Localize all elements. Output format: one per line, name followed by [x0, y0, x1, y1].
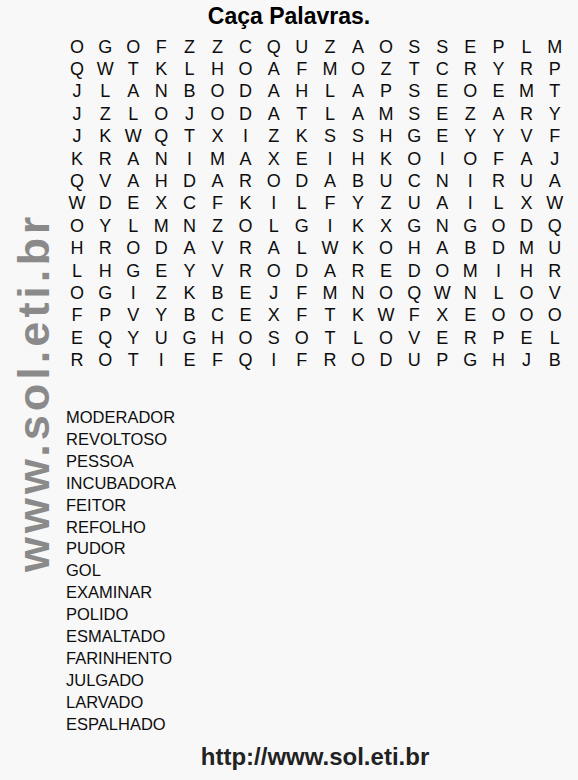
grid-cell-r8c13[interactable]: N: [428, 215, 456, 237]
grid-cell-r14c4[interactable]: E: [175, 349, 203, 371]
grid-cell-r2c12[interactable]: S: [400, 81, 428, 103]
grid-cell-r13c6[interactable]: O: [232, 327, 260, 349]
grid-cell-r12c9[interactable]: T: [316, 305, 344, 327]
grid-cell-r11c9[interactable]: M: [316, 282, 344, 304]
grid-cell-r2c0[interactable]: J: [63, 81, 91, 103]
grid-cell-r8c15[interactable]: O: [484, 215, 512, 237]
grid-cell-r8c12[interactable]: G: [400, 215, 428, 237]
grid-cell-r1c14[interactable]: R: [456, 58, 484, 80]
word-list-item: REVOLTOSO: [66, 429, 176, 451]
grid-cell-r10c14[interactable]: M: [456, 260, 484, 282]
grid-cell-r9c10[interactable]: K: [344, 238, 372, 260]
grid-cell-r4c1[interactable]: K: [91, 126, 119, 148]
grid-cell-r0c2[interactable]: O: [119, 36, 147, 58]
grid-cell-r7c6[interactable]: K: [232, 193, 260, 215]
grid-cell-r4c16[interactable]: V: [513, 126, 541, 148]
grid-cell-r7c15[interactable]: L: [484, 193, 512, 215]
grid-cell-r0c5[interactable]: Z: [203, 36, 231, 58]
word-list-item: LARVADO: [66, 692, 176, 714]
grid-cell-r12c15[interactable]: O: [484, 305, 512, 327]
grid-cell-r6c17[interactable]: A: [541, 170, 569, 192]
grid-cell-r12c13[interactable]: X: [428, 305, 456, 327]
grid-cell-r9c15[interactable]: D: [484, 238, 512, 260]
grid-cell-r9c7[interactable]: A: [260, 238, 288, 260]
grid-cell-r7c3[interactable]: X: [147, 193, 175, 215]
grid-cell-r0c14[interactable]: E: [456, 36, 484, 58]
grid-cell-r0c9[interactable]: Z: [316, 36, 344, 58]
grid-cell-r0c8[interactable]: U: [288, 36, 316, 58]
grid-cell-r3c11[interactable]: M: [372, 103, 400, 125]
grid-cell-r8c16[interactable]: D: [513, 215, 541, 237]
grid-cell-r12c4[interactable]: B: [175, 305, 203, 327]
grid-cell-r0c16[interactable]: L: [513, 36, 541, 58]
grid-cell-r11c7[interactable]: J: [260, 282, 288, 304]
grid-cell-r14c17[interactable]: B: [541, 349, 569, 371]
grid-cell-r1c0[interactable]: Q: [63, 58, 91, 80]
grid-cell-r10c0[interactable]: L: [63, 260, 91, 282]
grid-cell-r5c17[interactable]: J: [541, 148, 569, 170]
grid-cell-r13c15[interactable]: P: [484, 327, 512, 349]
grid-cell-r0c13[interactable]: S: [428, 36, 456, 58]
grid-cell-r5c6[interactable]: A: [232, 148, 260, 170]
word-list-item: ESMALTADO: [66, 626, 176, 648]
grid-cell-r14c5[interactable]: F: [203, 349, 231, 371]
grid-cell-r11c12[interactable]: Q: [400, 282, 428, 304]
grid-cell-r3c10[interactable]: A: [344, 103, 372, 125]
grid-cell-r2c17[interactable]: T: [541, 81, 569, 103]
grid-cell-r6c8[interactable]: D: [288, 170, 316, 192]
grid-cell-r2c9[interactable]: L: [316, 81, 344, 103]
grid-cell-r2c10[interactable]: A: [344, 81, 372, 103]
grid-cell-r8c9[interactable]: I: [316, 215, 344, 237]
word-list: MODERADORREVOLTOSOPESSOAINCUBADORAFEITOR…: [66, 407, 176, 736]
word-list-item: PUDOR: [66, 538, 176, 560]
grid-cell-r13c7[interactable]: S: [260, 327, 288, 349]
grid-cell-r14c3[interactable]: I: [147, 349, 175, 371]
grid-cell-r10c6[interactable]: R: [232, 260, 260, 282]
grid-cell-r6c9[interactable]: A: [316, 170, 344, 192]
grid-cell-r1c12[interactable]: T: [400, 58, 428, 80]
grid-cell-r2c14[interactable]: O: [456, 81, 484, 103]
grid-cell-r14c10[interactable]: O: [344, 349, 372, 371]
grid-cell-r5c4[interactable]: I: [175, 148, 203, 170]
grid-cell-r1c17[interactable]: P: [541, 58, 569, 80]
grid-cell-r9c13[interactable]: A: [428, 238, 456, 260]
grid-cell-r0c3[interactable]: F: [147, 36, 175, 58]
grid-cell-r11c11[interactable]: O: [372, 282, 400, 304]
grid-cell-r10c5[interactable]: V: [203, 260, 231, 282]
grid-cell-r14c13[interactable]: P: [428, 349, 456, 371]
grid-cell-r3c3[interactable]: O: [147, 103, 175, 125]
grid-cell-r9c5[interactable]: V: [203, 238, 231, 260]
grid-cell-r10c4[interactable]: Y: [175, 260, 203, 282]
grid-cell-r4c2[interactable]: W: [119, 126, 147, 148]
grid-cell-r2c1[interactable]: L: [91, 81, 119, 103]
grid-cell-r11c0[interactable]: O: [63, 282, 91, 304]
grid-cell-r12c2[interactable]: V: [119, 305, 147, 327]
grid-cell-r4c5[interactable]: X: [203, 126, 231, 148]
grid-cell-r7c9[interactable]: F: [316, 193, 344, 215]
grid-cell-r10c15[interactable]: I: [484, 260, 512, 282]
grid-cell-r1c5[interactable]: H: [203, 58, 231, 80]
grid-cell-r5c15[interactable]: F: [484, 148, 512, 170]
grid-cell-r2c5[interactable]: O: [203, 81, 231, 103]
grid-cell-r2c8[interactable]: H: [288, 81, 316, 103]
grid-cell-r5c13[interactable]: I: [428, 148, 456, 170]
grid-cell-r13c1[interactable]: Q: [91, 327, 119, 349]
grid-cell-r8c1[interactable]: Y: [91, 215, 119, 237]
grid-cell-r4c15[interactable]: Y: [484, 126, 512, 148]
grid-cell-r13c11[interactable]: O: [372, 327, 400, 349]
grid-cell-r3c15[interactable]: A: [484, 103, 512, 125]
grid-cell-r4c6[interactable]: I: [232, 126, 260, 148]
grid-cell-r13c8[interactable]: O: [288, 327, 316, 349]
grid-cell-r1c10[interactable]: O: [344, 58, 372, 80]
grid-cell-r12c11[interactable]: W: [372, 305, 400, 327]
grid-cell-r7c4[interactable]: C: [175, 193, 203, 215]
grid-cell-r12c12[interactable]: F: [400, 305, 428, 327]
grid-cell-r3c9[interactable]: L: [316, 103, 344, 125]
grid-cell-r6c13[interactable]: N: [428, 170, 456, 192]
word-list-item: ESPALHADO: [66, 714, 176, 736]
grid-cell-r14c7[interactable]: I: [260, 349, 288, 371]
grid-cell-r9c12[interactable]: H: [400, 238, 428, 260]
grid-cell-r9c2[interactable]: O: [119, 238, 147, 260]
grid-cell-r3c14[interactable]: Z: [456, 103, 484, 125]
grid-cell-r7c17[interactable]: W: [541, 193, 569, 215]
grid-cell-r9c3[interactable]: D: [147, 238, 175, 260]
grid-cell-r2c7[interactable]: A: [260, 81, 288, 103]
grid-cell-r7c16[interactable]: X: [513, 193, 541, 215]
grid-cell-r1c11[interactable]: Z: [372, 58, 400, 80]
word-list-item: POLIDO: [66, 604, 176, 626]
grid-cell-r3c1[interactable]: Z: [91, 103, 119, 125]
grid-cell-r7c14[interactable]: I: [456, 193, 484, 215]
grid-cell-r9c17[interactable]: U: [541, 238, 569, 260]
grid-cell-r9c14[interactable]: B: [456, 238, 484, 260]
grid-cell-r4c4[interactable]: T: [175, 126, 203, 148]
grid-cell-r13c0[interactable]: E: [63, 327, 91, 349]
grid-cell-r6c6[interactable]: R: [232, 170, 260, 192]
grid-cell-r5c12[interactable]: O: [400, 148, 428, 170]
grid-cell-r13c12[interactable]: V: [400, 327, 428, 349]
grid-cell-r0c4[interactable]: Z: [175, 36, 203, 58]
grid-cell-r9c0[interactable]: H: [63, 238, 91, 260]
grid-cell-r1c16[interactable]: R: [513, 58, 541, 80]
grid-cell-r3c12[interactable]: S: [400, 103, 428, 125]
grid-cell-r6c4[interactable]: D: [175, 170, 203, 192]
grid-cell-r7c5[interactable]: F: [203, 193, 231, 215]
grid-cell-r3c4[interactable]: J: [175, 103, 203, 125]
grid-cell-r6c12[interactable]: C: [400, 170, 428, 192]
grid-cell-r9c4[interactable]: A: [175, 238, 203, 260]
grid-cell-r3c8[interactable]: T: [288, 103, 316, 125]
word-list-item: REFOLHO: [66, 517, 176, 539]
word-list-item: PESSOA: [66, 451, 176, 473]
grid-cell-r9c9[interactable]: W: [316, 238, 344, 260]
grid-cell-r6c1[interactable]: V: [91, 170, 119, 192]
grid-cell-r12c16[interactable]: O: [513, 305, 541, 327]
word-list-item: FEITOR: [66, 495, 176, 517]
grid-cell-r11c15[interactable]: L: [484, 282, 512, 304]
grid-cell-r13c16[interactable]: E: [513, 327, 541, 349]
grid-cell-r11c3[interactable]: Z: [147, 282, 175, 304]
grid-cell-r4c14[interactable]: Y: [456, 126, 484, 148]
grid-cell-r1c15[interactable]: Y: [484, 58, 512, 80]
grid-cell-r2c6[interactable]: D: [232, 81, 260, 103]
grid-cell-r4c3[interactable]: Q: [147, 126, 175, 148]
grid-cell-r8c0[interactable]: O: [63, 215, 91, 237]
grid-cell-r1c8[interactable]: F: [288, 58, 316, 80]
grid-cell-r10c2[interactable]: G: [119, 260, 147, 282]
grid-cell-r1c9[interactable]: M: [316, 58, 344, 80]
grid-cell-r11c17[interactable]: V: [541, 282, 569, 304]
grid-cell-r14c8[interactable]: F: [288, 349, 316, 371]
grid-cell-r11c13[interactable]: W: [428, 282, 456, 304]
grid-cell-r3c6[interactable]: D: [232, 103, 260, 125]
grid-cell-r5c5[interactable]: M: [203, 148, 231, 170]
grid-cell-r1c2[interactable]: T: [119, 58, 147, 80]
grid-cell-r11c6[interactable]: E: [232, 282, 260, 304]
word-list-item: INCUBADORA: [66, 473, 176, 495]
grid-cell-r5c1[interactable]: R: [91, 148, 119, 170]
grid-cell-r12c0[interactable]: F: [63, 305, 91, 327]
grid-cell-r7c8[interactable]: L: [288, 193, 316, 215]
grid-cell-r9c6[interactable]: R: [232, 238, 260, 260]
grid-cell-r7c12[interactable]: U: [400, 193, 428, 215]
grid-cell-r6c11[interactable]: U: [372, 170, 400, 192]
grid-cell-r11c4[interactable]: K: [175, 282, 203, 304]
grid-cell-r2c15[interactable]: E: [484, 81, 512, 103]
grid-cell-r8c3[interactable]: M: [147, 215, 175, 237]
grid-cell-r12c5[interactable]: C: [203, 305, 231, 327]
grid-cell-r6c16[interactable]: U: [513, 170, 541, 192]
grid-cell-r5c0[interactable]: K: [63, 148, 91, 170]
word-list-item: MODERADOR: [66, 407, 176, 429]
site-url: http://www.sol.eti.br: [52, 743, 578, 771]
grid-cell-r12c7[interactable]: X: [260, 305, 288, 327]
grid-cell-r2c4[interactable]: B: [175, 81, 203, 103]
grid-cell-r4c10[interactable]: S: [344, 126, 372, 148]
grid-cell-r11c5[interactable]: B: [203, 282, 231, 304]
grid-cell-r13c10[interactable]: L: [344, 327, 372, 349]
grid-cell-r14c1[interactable]: O: [91, 349, 119, 371]
grid-cell-r1c6[interactable]: O: [232, 58, 260, 80]
grid-cell-r8c10[interactable]: K: [344, 215, 372, 237]
grid-cell-r14c2[interactable]: T: [119, 349, 147, 371]
grid-cell-r10c1[interactable]: H: [91, 260, 119, 282]
grid-cell-r6c14[interactable]: I: [456, 170, 484, 192]
grid-cell-r1c13[interactable]: C: [428, 58, 456, 80]
grid-cell-r2c16[interactable]: M: [513, 81, 541, 103]
grid-cell-r9c16[interactable]: M: [513, 238, 541, 260]
grid-cell-r1c7[interactable]: A: [260, 58, 288, 80]
site-watermark: www.sol.eti.br: [8, 213, 60, 572]
grid-cell-r4c11[interactable]: H: [372, 126, 400, 148]
grid-cell-r3c13[interactable]: E: [428, 103, 456, 125]
grid-cell-r5c11[interactable]: K: [372, 148, 400, 170]
grid-cell-r6c0[interactable]: Q: [63, 170, 91, 192]
grid-cell-r11c8[interactable]: F: [288, 282, 316, 304]
grid-cell-r13c17[interactable]: L: [541, 327, 569, 349]
grid-cell-r9c11[interactable]: O: [372, 238, 400, 260]
grid-cell-r14c6[interactable]: Q: [232, 349, 260, 371]
grid-cell-r14c11[interactable]: D: [372, 349, 400, 371]
puzzle-title: Caça Palavras.: [0, 1, 578, 31]
grid-cell-r3c17[interactable]: Y: [541, 103, 569, 125]
grid-cell-r5c2[interactable]: A: [119, 148, 147, 170]
grid-cell-r10c16[interactable]: H: [513, 260, 541, 282]
grid-cell-r2c3[interactable]: N: [147, 81, 175, 103]
grid-cell-r10c11[interactable]: E: [372, 260, 400, 282]
grid-cell-r9c1[interactable]: R: [91, 238, 119, 260]
grid-cell-r6c7[interactable]: O: [260, 170, 288, 192]
grid-cell-r12c3[interactable]: Y: [147, 305, 175, 327]
grid-cell-r3c16[interactable]: R: [513, 103, 541, 125]
grid-cell-r8c14[interactable]: G: [456, 215, 484, 237]
word-list-item: EXAMINAR: [66, 582, 176, 604]
grid-cell-r8c6[interactable]: O: [232, 215, 260, 237]
grid-cell-r14c9[interactable]: R: [316, 349, 344, 371]
grid-cell-r3c0[interactable]: J: [63, 103, 91, 125]
grid-cell-r11c2[interactable]: I: [119, 282, 147, 304]
grid-cell-r11c10[interactable]: N: [344, 282, 372, 304]
grid-cell-r0c12[interactable]: S: [400, 36, 428, 58]
grid-cell-r0c7[interactable]: Q: [260, 36, 288, 58]
grid-cell-r4c12[interactable]: G: [400, 126, 428, 148]
grid-cell-r8c4[interactable]: N: [175, 215, 203, 237]
grid-cell-r7c0[interactable]: W: [63, 193, 91, 215]
grid-cell-r7c2[interactable]: E: [119, 193, 147, 215]
grid-cell-r5c8[interactable]: E: [288, 148, 316, 170]
grid-cell-r0c6[interactable]: C: [232, 36, 260, 58]
grid-cell-r12c17[interactable]: O: [541, 305, 569, 327]
grid-cell-r4c7[interactable]: Z: [260, 126, 288, 148]
grid-cell-r4c9[interactable]: S: [316, 126, 344, 148]
grid-cell-r8c7[interactable]: L: [260, 215, 288, 237]
word-list-item: FARINHENTO: [66, 648, 176, 670]
grid-cell-r2c2[interactable]: A: [119, 81, 147, 103]
grid-cell-r13c14[interactable]: R: [456, 327, 484, 349]
word-list-item: JULGADO: [66, 670, 176, 692]
grid-cell-r12c6[interactable]: E: [232, 305, 260, 327]
grid-cell-r10c12[interactable]: D: [400, 260, 428, 282]
grid-cell-r1c3[interactable]: K: [147, 58, 175, 80]
grid-cell-r5c9[interactable]: I: [316, 148, 344, 170]
grid-cell-r12c10[interactable]: K: [344, 305, 372, 327]
grid-cell-r13c2[interactable]: Y: [119, 327, 147, 349]
grid-cell-r0c17[interactable]: M: [541, 36, 569, 58]
grid-cell-r10c7[interactable]: O: [260, 260, 288, 282]
grid-cell-r14c0[interactable]: R: [63, 349, 91, 371]
grid-cell-r10c9[interactable]: A: [316, 260, 344, 282]
grid-cell-r7c7[interactable]: I: [260, 193, 288, 215]
grid-cell-r14c15[interactable]: H: [484, 349, 512, 371]
grid-cell-r7c11[interactable]: Z: [372, 193, 400, 215]
grid-cell-r5c10[interactable]: H: [344, 148, 372, 170]
grid-cell-r11c1[interactable]: G: [91, 282, 119, 304]
grid-cell-r8c17[interactable]: Q: [541, 215, 569, 237]
grid-cell-r6c2[interactable]: A: [119, 170, 147, 192]
word-list-item: GOL: [66, 560, 176, 582]
grid-cell-r7c1[interactable]: D: [91, 193, 119, 215]
grid-cell-r9c8[interactable]: L: [288, 238, 316, 260]
grid-cell-r3c7[interactable]: A: [260, 103, 288, 125]
grid-cell-r4c8[interactable]: K: [288, 126, 316, 148]
grid-cell-r2c11[interactable]: P: [372, 81, 400, 103]
grid-cell-r11c16[interactable]: O: [513, 282, 541, 304]
grid-cell-r5c3[interactable]: N: [147, 148, 175, 170]
grid-cell-r11c14[interactable]: N: [456, 282, 484, 304]
grid-cell-r13c5[interactable]: H: [203, 327, 231, 349]
grid-cell-r10c13[interactable]: O: [428, 260, 456, 282]
grid-cell-r0c0[interactable]: O: [63, 36, 91, 58]
grid-cell-r10c3[interactable]: E: [147, 260, 175, 282]
word-search-grid: OGOFZZCQUZAOSSEPLMQWTKLHOAFMOZTCRYRPJLAN…: [63, 36, 569, 372]
grid-cell-r8c2[interactable]: L: [119, 215, 147, 237]
grid-cell-r12c8[interactable]: F: [288, 305, 316, 327]
grid-cell-r8c5[interactable]: Z: [203, 215, 231, 237]
grid-cell-r6c15[interactable]: R: [484, 170, 512, 192]
grid-cell-r7c13[interactable]: A: [428, 193, 456, 215]
grid-cell-r13c4[interactable]: G: [175, 327, 203, 349]
grid-cell-r12c14[interactable]: E: [456, 305, 484, 327]
grid-cell-r8c8[interactable]: G: [288, 215, 316, 237]
grid-cell-r14c12[interactable]: U: [400, 349, 428, 371]
grid-cell-r0c15[interactable]: P: [484, 36, 512, 58]
grid-cell-r3c2[interactable]: L: [119, 103, 147, 125]
grid-cell-r10c10[interactable]: R: [344, 260, 372, 282]
grid-cell-r5c14[interactable]: O: [456, 148, 484, 170]
grid-cell-r6c5[interactable]: A: [203, 170, 231, 192]
grid-cell-r8c11[interactable]: X: [372, 215, 400, 237]
grid-cell-r5c7[interactable]: X: [260, 148, 288, 170]
grid-cell-r13c9[interactable]: T: [316, 327, 344, 349]
grid-cell-r4c0[interactable]: J: [63, 126, 91, 148]
grid-cell-r14c14[interactable]: G: [456, 349, 484, 371]
grid-cell-r3c5[interactable]: O: [203, 103, 231, 125]
grid-cell-r0c11[interactable]: O: [372, 36, 400, 58]
grid-cell-r4c17[interactable]: F: [541, 126, 569, 148]
grid-cell-r13c13[interactable]: E: [428, 327, 456, 349]
grid-cell-r0c10[interactable]: A: [344, 36, 372, 58]
grid-cell-r1c1[interactable]: W: [91, 58, 119, 80]
grid-cell-r6c10[interactable]: B: [344, 170, 372, 192]
grid-cell-r7c10[interactable]: Y: [344, 193, 372, 215]
grid-cell-r13c3[interactable]: U: [147, 327, 175, 349]
grid-cell-r10c8[interactable]: D: [288, 260, 316, 282]
grid-cell-r2c13[interactable]: E: [428, 81, 456, 103]
grid-cell-r0c1[interactable]: G: [91, 36, 119, 58]
grid-cell-r1c4[interactable]: L: [175, 58, 203, 80]
grid-cell-r10c17[interactable]: R: [541, 260, 569, 282]
grid-cell-r14c16[interactable]: J: [513, 349, 541, 371]
grid-cell-r12c1[interactable]: P: [91, 305, 119, 327]
grid-cell-r5c16[interactable]: A: [513, 148, 541, 170]
grid-cell-r6c3[interactable]: H: [147, 170, 175, 192]
grid-cell-r4c13[interactable]: E: [428, 126, 456, 148]
